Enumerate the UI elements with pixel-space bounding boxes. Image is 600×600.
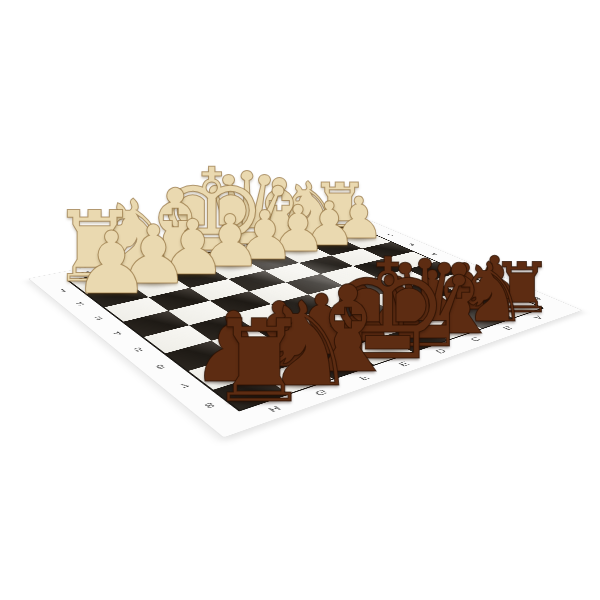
piece-white-pawn-h2[interactable]: ♟ [73,220,150,306]
product-photo-scene: AA11BB22CC33DD44EE55FF66GG77HH88 ♜♞♝♛♚♝♞… [0,0,600,600]
rank-label-3-hfile: 3 [92,315,104,320]
piece-black-rook-h8[interactable]: ♜ [208,304,310,418]
rank-label-6-hfile: 6 [154,363,167,370]
rank-label-4-hfile: 4 [111,330,123,336]
rank-label-5-hfile: 5 [132,346,145,352]
rank-label-7-hfile: 7 [177,382,191,389]
